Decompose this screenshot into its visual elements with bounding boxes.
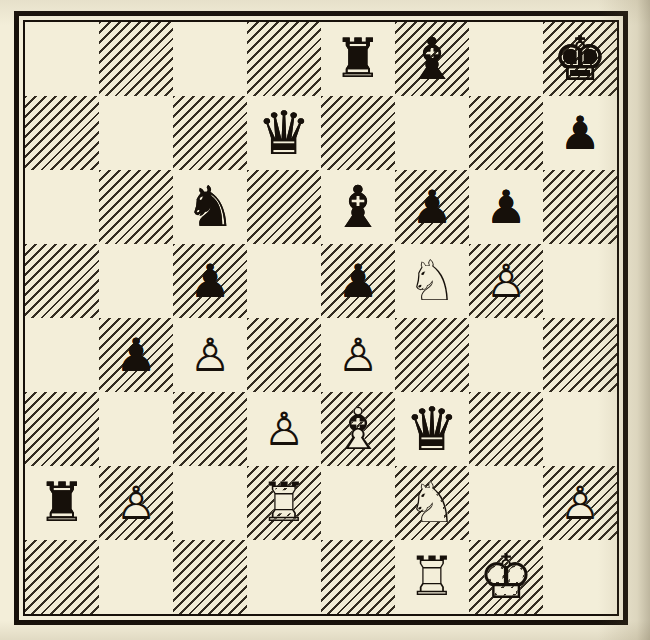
square-d1[interactable] (247, 540, 321, 614)
square-a6[interactable] (25, 170, 99, 244)
piece-black-pawn-b4[interactable]: ♟♟ (99, 318, 173, 392)
square-a2[interactable]: ♜♜ (25, 466, 99, 540)
square-b3[interactable] (99, 392, 173, 466)
square-g4[interactable] (469, 318, 543, 392)
square-f3[interactable]: ♛♛ (395, 392, 469, 466)
square-a8[interactable] (25, 22, 99, 96)
king-glyph: ♚ (543, 22, 617, 96)
knight-glyph: ♘ (395, 466, 469, 540)
piece-black-pawn-c5[interactable]: ♟♟ (173, 244, 247, 318)
square-h2[interactable]: ♟♙ (543, 466, 617, 540)
square-f7[interactable] (395, 96, 469, 170)
square-h1[interactable] (543, 540, 617, 614)
square-b7[interactable] (99, 96, 173, 170)
rook-glyph: ♜ (25, 466, 99, 540)
square-b4[interactable]: ♟♟ (99, 318, 173, 392)
knight-glyph: ♞ (173, 170, 247, 244)
king-glyph: ♔ (469, 540, 543, 614)
square-c4[interactable]: ♟♙ (173, 318, 247, 392)
square-b8[interactable] (99, 22, 173, 96)
piece-black-pawn-g6[interactable]: ♟♟ (469, 170, 543, 244)
queen-glyph: ♛ (395, 392, 469, 466)
square-g2[interactable] (469, 466, 543, 540)
square-h3[interactable] (543, 392, 617, 466)
square-d7[interactable]: ♛♛ (247, 96, 321, 170)
square-e1[interactable] (321, 540, 395, 614)
pawn-glyph: ♙ (99, 466, 173, 540)
piece-white-bishop-e3[interactable]: ♝♗ (321, 392, 395, 466)
piece-white-king-g1[interactable]: ♚♔ (469, 540, 543, 614)
square-f8[interactable]: ♝♝ (395, 22, 469, 96)
square-d4[interactable] (247, 318, 321, 392)
square-d8[interactable] (247, 22, 321, 96)
square-d5[interactable] (247, 244, 321, 318)
bishop-glyph: ♝ (321, 170, 395, 244)
piece-white-pawn-e4[interactable]: ♟♙ (321, 318, 395, 392)
square-d3[interactable]: ♟♙ (247, 392, 321, 466)
pawn-glyph: ♟ (321, 244, 395, 318)
square-h6[interactable] (543, 170, 617, 244)
board-frame: ♜♜♝♝♚♚♛♛♟♟♞♞♝♝♟♟♟♟♟♟♟♟♞♘♟♙♟♟♟♙♟♙♟♙♝♗♛♛♜♜… (14, 11, 628, 625)
bishop-glyph: ♝ (395, 22, 469, 96)
pawn-glyph: ♟ (99, 318, 173, 392)
chess-board: ♜♜♝♝♚♚♛♛♟♟♞♞♝♝♟♟♟♟♟♟♟♟♞♘♟♙♟♟♟♙♟♙♟♙♝♗♛♛♜♜… (25, 22, 617, 614)
pawn-glyph: ♟ (469, 170, 543, 244)
square-g1[interactable]: ♚♔ (469, 540, 543, 614)
square-c7[interactable] (173, 96, 247, 170)
square-c5[interactable]: ♟♟ (173, 244, 247, 318)
piece-black-bishop-f8[interactable]: ♝♝ (395, 22, 469, 96)
piece-white-knight-f5[interactable]: ♞♘ (395, 244, 469, 318)
square-c2[interactable] (173, 466, 247, 540)
piece-white-pawn-b2[interactable]: ♟♙ (99, 466, 173, 540)
square-c3[interactable] (173, 392, 247, 466)
square-e3[interactable]: ♝♗ (321, 392, 395, 466)
rook-glyph: ♜ (321, 22, 395, 96)
square-f6[interactable]: ♟♟ (395, 170, 469, 244)
piece-black-rook-e8[interactable]: ♜♜ (321, 22, 395, 96)
square-c1[interactable] (173, 540, 247, 614)
rook-glyph: ♖ (395, 540, 469, 614)
square-f5[interactable]: ♞♘ (395, 244, 469, 318)
square-b2[interactable]: ♟♙ (99, 466, 173, 540)
square-c6[interactable]: ♞♞ (173, 170, 247, 244)
square-g7[interactable] (469, 96, 543, 170)
square-a1[interactable] (25, 540, 99, 614)
board-inner-border: ♜♜♝♝♚♚♛♛♟♟♞♞♝♝♟♟♟♟♟♟♟♟♞♘♟♙♟♟♟♙♟♙♟♙♝♗♛♛♜♜… (23, 20, 619, 616)
piece-black-knight-c6[interactable]: ♞♞ (173, 170, 247, 244)
piece-white-knight-f2[interactable]: ♞♘ (395, 466, 469, 540)
piece-black-pawn-e5[interactable]: ♟♟ (321, 244, 395, 318)
piece-black-bishop-e6[interactable]: ♝♝ (321, 170, 395, 244)
square-e5[interactable]: ♟♟ (321, 244, 395, 318)
piece-white-pawn-h2[interactable]: ♟♙ (543, 466, 617, 540)
square-a5[interactable] (25, 244, 99, 318)
square-b6[interactable] (99, 170, 173, 244)
piece-black-pawn-f6[interactable]: ♟♟ (395, 170, 469, 244)
piece-black-queen-f3[interactable]: ♛♛ (395, 392, 469, 466)
square-e7[interactable] (321, 96, 395, 170)
square-h7[interactable]: ♟♟ (543, 96, 617, 170)
pawn-glyph: ♙ (173, 318, 247, 392)
square-e2[interactable] (321, 466, 395, 540)
square-a3[interactable] (25, 392, 99, 466)
square-d6[interactable] (247, 170, 321, 244)
square-h8[interactable]: ♚♚ (543, 22, 617, 96)
square-d2[interactable]: ♜♖ (247, 466, 321, 540)
square-g8[interactable] (469, 22, 543, 96)
queen-glyph: ♛ (247, 96, 321, 170)
pawn-glyph: ♟ (543, 96, 617, 170)
square-g5[interactable]: ♟♙ (469, 244, 543, 318)
piece-black-pawn-h7[interactable]: ♟♟ (543, 96, 617, 170)
piece-black-rook-a2[interactable]: ♜♜ (25, 466, 99, 540)
knight-glyph: ♘ (395, 244, 469, 318)
piece-black-queen-d7[interactable]: ♛♛ (247, 96, 321, 170)
square-b1[interactable] (99, 540, 173, 614)
square-h4[interactable] (543, 318, 617, 392)
square-e8[interactable]: ♜♜ (321, 22, 395, 96)
piece-white-pawn-c4[interactable]: ♟♙ (173, 318, 247, 392)
square-a4[interactable] (25, 318, 99, 392)
pawn-glyph: ♙ (469, 244, 543, 318)
rook-glyph: ♖ (247, 466, 321, 540)
bishop-glyph: ♗ (321, 392, 395, 466)
square-e6[interactable]: ♝♝ (321, 170, 395, 244)
square-f2[interactable]: ♞♘ (395, 466, 469, 540)
piece-white-rook-f1[interactable]: ♜♖ (395, 540, 469, 614)
square-g6[interactable]: ♟♟ (469, 170, 543, 244)
piece-white-rook-d2[interactable]: ♜♖ (247, 466, 321, 540)
square-a7[interactable] (25, 96, 99, 170)
pawn-glyph: ♟ (395, 170, 469, 244)
square-c8[interactable] (173, 22, 247, 96)
piece-white-pawn-g5[interactable]: ♟♙ (469, 244, 543, 318)
pawn-glyph: ♟ (173, 244, 247, 318)
piece-black-king-h8[interactable]: ♚♚ (543, 22, 617, 96)
square-b5[interactable] (99, 244, 173, 318)
pawn-glyph: ♙ (247, 392, 321, 466)
square-g3[interactable] (469, 392, 543, 466)
pawn-glyph: ♙ (321, 318, 395, 392)
square-f4[interactable] (395, 318, 469, 392)
piece-white-pawn-d3[interactable]: ♟♙ (247, 392, 321, 466)
pawn-glyph: ♙ (543, 466, 617, 540)
square-e4[interactable]: ♟♙ (321, 318, 395, 392)
square-h5[interactable] (543, 244, 617, 318)
square-f1[interactable]: ♜♖ (395, 540, 469, 614)
